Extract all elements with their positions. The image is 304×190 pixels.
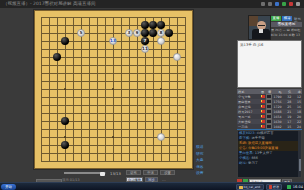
move-slider[interactable] xyxy=(64,172,106,174)
black-stone xyxy=(149,29,157,37)
move-number: 3 xyxy=(128,31,131,35)
move-number: 5 xyxy=(80,31,83,35)
table-header-cell: 负 xyxy=(283,90,293,94)
panel-tabs: 直播棋谱 xyxy=(271,16,292,21)
toolbar-button[interactable]: 研究 xyxy=(126,170,141,175)
chat-username[interactable]: 棋友8023: xyxy=(239,131,256,135)
tray-green-icon[interactable] xyxy=(287,185,291,189)
chat-message: 666 xyxy=(250,156,258,160)
app-background: 751339811 13/13 研究申请设置 演示 01/13 自动播放同步 ·… xyxy=(0,8,304,182)
stat-value: 1756 xyxy=(273,100,283,104)
green-square-icon[interactable] xyxy=(282,2,286,6)
close-gray-icon[interactable] xyxy=(296,2,300,6)
black-stone: 7 xyxy=(141,37,149,45)
flag-icon xyxy=(261,95,265,98)
grid-line-v xyxy=(137,17,138,162)
taskbar-clock: 16:04 xyxy=(293,185,303,189)
taskbar-item-label: 棋谱 xyxy=(273,185,279,189)
chat-username[interactable]: 爱下棋: xyxy=(239,136,250,140)
grid-line-h xyxy=(41,153,186,154)
panel-tab-直播[interactable]: 直播 xyxy=(271,16,281,21)
chat-message: 白棋好厉害 xyxy=(256,131,274,135)
black-stone xyxy=(61,37,69,45)
room-name: 围棋直播间 xyxy=(271,22,302,27)
chat-username[interactable]: 小棋迷: xyxy=(239,156,250,160)
comment-text: 第13手 白 J16 xyxy=(240,43,263,47)
chat-line: 路过: 学习了 xyxy=(238,161,301,166)
black-stone xyxy=(141,21,149,29)
white-stone: 5 xyxy=(77,29,85,37)
grid-line-v xyxy=(129,17,130,162)
star-point xyxy=(160,88,162,90)
chat-username[interactable]: 路过: xyxy=(239,161,247,165)
player-name: 小飞守角 xyxy=(237,95,259,99)
time-info: 时间 16:04 手数 13 xyxy=(271,33,302,37)
player-name: 棋友2017 xyxy=(237,110,259,114)
stat-value: 15 xyxy=(292,100,302,104)
taskbar-item[interactable]: 棋谱 xyxy=(266,184,282,190)
star-point xyxy=(64,88,66,90)
move-number: 7 xyxy=(144,39,147,43)
black-stone xyxy=(61,141,69,149)
chat-scrollbar[interactable] xyxy=(298,131,301,178)
move-number: 8 xyxy=(160,31,163,35)
white-stone: 11 xyxy=(141,45,149,53)
star-point xyxy=(112,88,114,90)
star-point xyxy=(112,136,114,138)
go-board[interactable]: 751339811 xyxy=(34,10,193,169)
white-stone xyxy=(173,53,181,61)
move-number: 13 xyxy=(110,39,116,43)
settings-gray-icon[interactable] xyxy=(268,2,272,6)
grid-line-h xyxy=(41,113,186,114)
menu-gray-icon[interactable] xyxy=(261,2,265,6)
chat-scrollbar-thumb[interactable] xyxy=(299,159,301,171)
move-slider-handle[interactable] xyxy=(100,172,105,176)
commentator-video[interactable] xyxy=(248,15,271,40)
side-link[interactable]: 大盘 xyxy=(196,157,234,162)
glasses xyxy=(258,25,265,26)
flag-icon xyxy=(261,110,265,113)
flag-icon xyxy=(261,115,265,118)
chat-lines: 棋友8023: 白棋好厉害爱下棋: 这手不错系统: 欢迎进入直播间公告: 今晚1… xyxy=(238,131,301,166)
stat-value: 12 xyxy=(292,95,302,99)
stat-value: 1602 xyxy=(273,125,283,129)
black-stone xyxy=(149,21,157,29)
stat-value: 18 xyxy=(292,110,302,114)
black-stone xyxy=(61,117,69,125)
move-number: 11 xyxy=(142,47,148,51)
system-tray: 16:04 xyxy=(287,184,303,190)
player-name: 大眼金枪 xyxy=(237,120,259,124)
stat-value: 1688 xyxy=(273,110,283,114)
window-title: （视频直播）- 2017围棋对局讲解 高清直播间 xyxy=(3,1,95,6)
stat-value: 16 xyxy=(292,105,302,109)
grid-line-h xyxy=(41,161,186,162)
move-counter: 13/13 xyxy=(110,171,121,176)
grid-line-v xyxy=(153,17,154,162)
player-name: 弈无止境 xyxy=(237,105,259,109)
flag-icon xyxy=(261,100,265,103)
comment-panel: 第13手 白 J16 xyxy=(237,40,302,88)
start-button[interactable]: 开始 xyxy=(1,184,16,190)
stat-value: 1720 xyxy=(273,105,283,109)
white-stone: 13 xyxy=(109,37,117,45)
chat-panel[interactable]: 棋友8023: 白棋好厉害爱下棋: 这手不错系统: 欢迎进入直播间公告: 今晚1… xyxy=(237,130,302,178)
black-stone xyxy=(141,29,149,37)
grid-line-h xyxy=(41,105,186,106)
stat-value: 28 xyxy=(283,100,293,104)
flag-icon xyxy=(261,105,265,108)
chat-username[interactable]: 黑白世界: xyxy=(239,151,254,155)
player-name: 一刀流 xyxy=(237,125,259,129)
stat-value: 25 xyxy=(283,105,293,109)
stat-value: 1790 xyxy=(273,95,283,99)
grid-line-v xyxy=(121,17,122,162)
flag-icon xyxy=(261,125,265,128)
black-stone xyxy=(53,53,61,61)
stat-value: 19 xyxy=(283,115,293,119)
side-link[interactable]: 研究 xyxy=(196,151,234,156)
black-stone xyxy=(165,29,173,37)
stat-value: 24 xyxy=(292,125,302,129)
flag-icon xyxy=(261,120,265,123)
toolbar-button[interactable]: 设置 xyxy=(160,170,175,175)
grid-line-v xyxy=(169,17,170,162)
white-stone xyxy=(157,37,165,45)
side-links: 棋谱研究大盘弹幕设置 xyxy=(196,144,234,177)
stat-value: 32 xyxy=(283,95,293,99)
blue-square-icon[interactable] xyxy=(275,2,279,6)
star-point xyxy=(64,136,66,138)
move-slider-fill xyxy=(64,172,101,174)
white-stone: 8 xyxy=(157,29,165,37)
white-stone: 9 xyxy=(133,29,141,37)
table-header-cell: 棋手 xyxy=(237,90,259,94)
side-link[interactable]: 弹幕 xyxy=(196,164,234,169)
table-header-cell: 胜 xyxy=(273,90,283,94)
stat-value: 1654 xyxy=(273,115,283,119)
windows-taskbar: 开始 bq_cal_and棋谱 16:04 xyxy=(0,182,304,190)
player-name: 黑白世界 xyxy=(237,100,259,104)
red-app-icon xyxy=(269,185,273,189)
taskbar-item[interactable]: bq_cal_and xyxy=(236,184,264,190)
chat-message: 学习了 xyxy=(247,161,258,165)
stat-value: 21 xyxy=(283,110,293,114)
stat-value: 15 xyxy=(283,125,293,129)
toolbar-button[interactable]: 申请 xyxy=(143,170,158,175)
stat-value: 17 xyxy=(283,120,293,124)
side-link[interactable]: 设置 xyxy=(196,170,234,175)
white-stone xyxy=(157,133,165,141)
right-panel: 直播棋谱 研究室 围棋直播间 黑 柯洁 — 白 朴廷桓 时间 16:04 手数 … xyxy=(236,8,304,182)
table-header-cell: 率 xyxy=(292,90,302,94)
shirt-collar xyxy=(259,29,263,33)
players-info: 黑 柯洁 — 白 朴廷桓 xyxy=(271,28,302,32)
chat-message: 这手不错 xyxy=(250,136,265,140)
player-table[interactable]: 棋手国谱胜负率小飞守角17903212黑白世界17562815弈无止境17202… xyxy=(237,89,302,130)
side-link[interactable]: 棋谱 xyxy=(196,144,234,149)
chat-message: 13手太快了 xyxy=(254,151,273,155)
table-header-cell: 国 xyxy=(259,90,266,94)
grid-line-v xyxy=(177,17,178,162)
player-name: 天元一手 xyxy=(237,115,259,119)
stat-value: 20 xyxy=(292,115,302,119)
grid-line-h xyxy=(41,97,186,98)
taskbar-item-label: bq_cal_and xyxy=(244,185,261,189)
table-header-cell: 谱 xyxy=(266,90,273,94)
record-icon xyxy=(266,124,272,129)
grid-line-v xyxy=(185,17,186,162)
grid-line-h xyxy=(41,129,186,130)
black-stone xyxy=(157,21,165,29)
stat-value: 1630 xyxy=(273,120,283,124)
table-row[interactable]: 一刀流16021524 xyxy=(237,124,302,129)
move-number: 9 xyxy=(136,31,139,35)
white-stone: 3 xyxy=(125,29,133,37)
panel-tab-棋谱[interactable]: 棋谱 xyxy=(282,16,292,21)
window-controls xyxy=(261,2,300,6)
stat-value: 22 xyxy=(292,120,302,124)
red-square-icon[interactable] xyxy=(289,2,293,6)
folder-icon xyxy=(239,186,243,189)
